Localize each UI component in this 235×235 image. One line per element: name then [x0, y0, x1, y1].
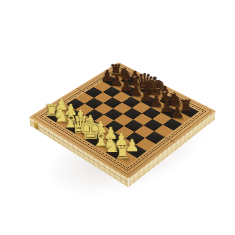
piece-black-pawn[interactable]: ♟ — [162, 105, 192, 121]
product-photo: ♜♞♝♛♚♝♞♜♟♟♟♟♟♟♟♟♟♟♟♟♟♟♟♟♜♞♝♛♚♝♞♜ — [0, 0, 235, 235]
square-h1[interactable]: ♜ — [116, 152, 137, 166]
piece-white-rook[interactable]: ♜ — [106, 144, 139, 162]
brass-latch-icon — [34, 121, 39, 129]
